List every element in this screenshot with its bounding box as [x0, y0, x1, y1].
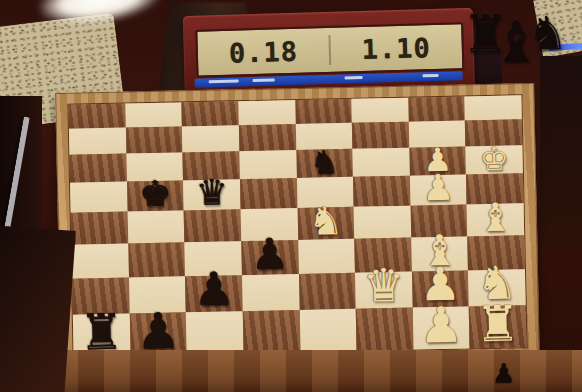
stripe-marking	[253, 79, 275, 83]
square-a1[interactable]: ♜	[469, 305, 526, 348]
square-g8[interactable]	[69, 128, 126, 155]
square-a3[interactable]	[356, 308, 413, 351]
square-h6[interactable]	[182, 101, 239, 126]
square-h8[interactable]	[68, 104, 125, 129]
white-knight-d4[interactable]: ♞	[308, 201, 344, 241]
clock-time-right: 1.10	[330, 31, 462, 66]
foreground-dark-corner	[0, 225, 76, 392]
square-e6[interactable]: ♛	[183, 179, 240, 210]
black-pawn-c5[interactable]: ♟	[250, 233, 289, 276]
square-b3[interactable]: ♛	[355, 272, 412, 309]
square-b5[interactable]	[242, 274, 299, 311]
square-e2[interactable]: ♟	[410, 174, 467, 205]
black-pawn-a7[interactable]: ♟	[136, 306, 181, 356]
square-g7[interactable]	[126, 126, 183, 153]
square-f3[interactable]	[353, 148, 410, 177]
clock-time-left: 0.18	[197, 35, 329, 70]
square-e8[interactable]	[70, 182, 127, 213]
square-b6[interactable]: ♟	[185, 275, 242, 312]
white-rook-a1[interactable]: ♜	[475, 299, 520, 349]
square-e3[interactable]	[353, 176, 410, 207]
square-f1[interactable]: ♚	[466, 145, 523, 174]
square-d7[interactable]	[127, 210, 184, 243]
square-f5[interactable]	[239, 150, 296, 179]
white-queen-b3[interactable]: ♛	[363, 263, 405, 310]
square-e5[interactable]	[240, 178, 297, 209]
square-a4[interactable]	[299, 309, 356, 352]
captured-black-pawn: ♟	[492, 360, 515, 386]
white-pawn-a2[interactable]: ♟	[419, 300, 464, 350]
clock-lcd: 0.18 1.10	[195, 22, 464, 77]
stripe-marking	[423, 74, 439, 77]
square-h5[interactable]	[238, 100, 295, 125]
square-a6[interactable]	[186, 311, 243, 354]
square-c7[interactable]	[128, 242, 185, 277]
square-g6[interactable]	[182, 125, 239, 152]
board-frame: ♞♟♚♚♛♟♞♝♟♝♟♛♟♞♜♟♟♜	[55, 83, 540, 371]
square-b4[interactable]	[298, 273, 355, 310]
square-h1[interactable]	[465, 95, 522, 120]
black-king-e7[interactable]: ♚	[139, 176, 172, 212]
square-f4[interactable]: ♞	[296, 149, 353, 178]
square-c8[interactable]	[71, 244, 128, 279]
square-d8[interactable]	[71, 212, 128, 245]
square-d4[interactable]: ♞	[297, 207, 354, 240]
square-a5[interactable]	[243, 310, 300, 353]
square-g5[interactable]	[239, 124, 296, 151]
square-g3[interactable]	[352, 122, 409, 149]
square-h2[interactable]	[408, 96, 465, 121]
scene: 0.18 1.10 ♜ ♝ ♞ ♞♟♚♚♛♟♞♝♟♝♟♛♟♞♜♟♟♜ ♟	[0, 0, 582, 392]
square-d3[interactable]	[354, 206, 411, 239]
black-pawn-b6[interactable]: ♟	[193, 267, 235, 314]
white-pawn-e2[interactable]: ♟	[422, 170, 455, 206]
square-h7[interactable]	[125, 102, 182, 127]
stripe-marking	[209, 80, 239, 84]
square-f8[interactable]	[69, 154, 126, 183]
black-queen-e6[interactable]: ♛	[196, 175, 229, 211]
square-h4[interactable]	[295, 99, 352, 124]
captured-black-knight-icon: ♞	[527, 10, 568, 56]
square-c4[interactable]	[298, 239, 355, 274]
square-a2[interactable]: ♟	[412, 306, 469, 349]
square-c5[interactable]: ♟	[241, 240, 298, 275]
chess-board[interactable]: ♞♟♚♚♛♟♞♝♟♝♟♛♟♞♜♟♟♜	[68, 95, 526, 356]
white-bishop-d1[interactable]: ♝	[478, 197, 514, 237]
square-d6[interactable]	[184, 209, 241, 242]
square-e7[interactable]: ♚	[127, 180, 184, 211]
black-knight-f4[interactable]: ♞	[310, 146, 340, 179]
square-d1[interactable]: ♝	[467, 203, 524, 236]
square-h3[interactable]	[351, 98, 408, 123]
white-king-f1[interactable]: ♚	[480, 142, 510, 175]
stripe-marking	[345, 76, 363, 80]
